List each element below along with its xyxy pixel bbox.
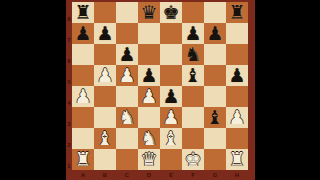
square-e7[interactable]	[160, 23, 182, 44]
file-label-a: A	[72, 170, 94, 180]
piece-white-pawn: ♟	[162, 108, 179, 127]
square-c2[interactable]	[116, 128, 138, 149]
piece-white-bishop: ♝	[96, 129, 113, 148]
piece-black-pawn: ♟	[96, 24, 113, 43]
square-h2[interactable]	[226, 128, 248, 149]
square-e6[interactable]	[160, 44, 182, 65]
square-d1[interactable]: ♛	[138, 149, 160, 170]
piece-black-queen: ♛	[140, 3, 157, 22]
square-f3[interactable]	[182, 107, 204, 128]
piece-black-rook: ♜	[228, 3, 245, 22]
square-g2[interactable]	[204, 128, 226, 149]
square-f5[interactable]: ♝	[182, 65, 204, 86]
square-g4[interactable]	[204, 86, 226, 107]
piece-black-bishop: ♝	[184, 66, 201, 85]
square-b7[interactable]: ♟	[94, 23, 116, 44]
square-d7[interactable]	[138, 23, 160, 44]
square-d6[interactable]	[138, 44, 160, 65]
square-a6[interactable]	[72, 44, 94, 65]
video-frame: 87654321 ♜♛♚♜♟♟♟♟♟♞♟♟♟♝♟♟♟♟♞♟♝♟♝♞♝♜♛♚♜ A…	[0, 0, 320, 180]
chessboard: 87654321 ♜♛♚♜♟♟♟♟♟♞♟♟♟♝♟♟♟♟♞♟♝♟♝♞♝♜♛♚♜ A…	[66, 0, 255, 180]
piece-white-bishop: ♝	[162, 129, 179, 148]
piece-white-knight: ♞	[118, 108, 135, 127]
square-b3[interactable]	[94, 107, 116, 128]
piece-black-pawn: ♟	[206, 24, 223, 43]
square-f7[interactable]: ♟	[182, 23, 204, 44]
piece-black-pawn: ♟	[74, 24, 91, 43]
square-b5[interactable]: ♟	[94, 65, 116, 86]
file-label-f: F	[182, 170, 204, 180]
square-a4[interactable]: ♟	[72, 86, 94, 107]
square-h8[interactable]: ♜	[226, 2, 248, 23]
piece-white-rook: ♜	[228, 150, 245, 169]
piece-white-pawn: ♟	[118, 66, 135, 85]
letterbox-right	[255, 0, 320, 180]
square-a1[interactable]: ♜	[72, 149, 94, 170]
square-f4[interactable]	[182, 86, 204, 107]
square-e8[interactable]: ♚	[160, 2, 182, 23]
square-b1[interactable]	[94, 149, 116, 170]
square-a5[interactable]	[72, 65, 94, 86]
square-e2[interactable]: ♝	[160, 128, 182, 149]
square-d5[interactable]: ♟	[138, 65, 160, 86]
piece-white-rook: ♜	[74, 150, 91, 169]
square-h7[interactable]	[226, 23, 248, 44]
square-g5[interactable]	[204, 65, 226, 86]
piece-black-pawn: ♟	[140, 66, 157, 85]
piece-white-pawn: ♟	[74, 87, 91, 106]
square-d4[interactable]: ♟	[138, 86, 160, 107]
square-h6[interactable]	[226, 44, 248, 65]
square-f1[interactable]: ♚	[182, 149, 204, 170]
square-h1[interactable]: ♜	[226, 149, 248, 170]
square-c5[interactable]: ♟	[116, 65, 138, 86]
piece-black-pawn: ♟	[184, 24, 201, 43]
square-a2[interactable]	[72, 128, 94, 149]
file-label-h: H	[226, 170, 248, 180]
square-a7[interactable]: ♟	[72, 23, 94, 44]
square-b2[interactable]: ♝	[94, 128, 116, 149]
square-c4[interactable]	[116, 86, 138, 107]
board-squares: ♜♛♚♜♟♟♟♟♟♞♟♟♟♝♟♟♟♟♞♟♝♟♝♞♝♜♛♚♜	[72, 2, 248, 170]
piece-white-pawn: ♟	[96, 66, 113, 85]
square-e4[interactable]: ♟	[160, 86, 182, 107]
piece-black-pawn: ♟	[162, 87, 179, 106]
file-label-e: E	[160, 170, 182, 180]
letterbox-left	[0, 0, 66, 180]
piece-black-pawn: ♟	[228, 66, 245, 85]
piece-black-king: ♚	[162, 3, 179, 22]
piece-white-pawn: ♟	[228, 108, 245, 127]
square-c1[interactable]	[116, 149, 138, 170]
square-g3[interactable]: ♝	[204, 107, 226, 128]
square-d3[interactable]	[138, 107, 160, 128]
square-d2[interactable]: ♞	[138, 128, 160, 149]
piece-black-rook: ♜	[74, 3, 91, 22]
square-h4[interactable]	[226, 86, 248, 107]
square-f6[interactable]: ♞	[182, 44, 204, 65]
square-d8[interactable]: ♛	[138, 2, 160, 23]
piece-black-knight: ♞	[184, 45, 201, 64]
square-e3[interactable]: ♟	[160, 107, 182, 128]
file-labels: ABCDEFGH	[72, 170, 248, 180]
file-label-b: B	[94, 170, 116, 180]
square-g1[interactable]	[204, 149, 226, 170]
square-h3[interactable]: ♟	[226, 107, 248, 128]
piece-black-bishop: ♝	[206, 108, 223, 127]
square-g7[interactable]: ♟	[204, 23, 226, 44]
square-a3[interactable]	[72, 107, 94, 128]
square-f8[interactable]	[182, 2, 204, 23]
square-c6[interactable]: ♟	[116, 44, 138, 65]
file-label-g: G	[204, 170, 226, 180]
square-b4[interactable]	[94, 86, 116, 107]
square-c7[interactable]	[116, 23, 138, 44]
square-e1[interactable]	[160, 149, 182, 170]
square-f2[interactable]	[182, 128, 204, 149]
square-e5[interactable]	[160, 65, 182, 86]
square-c3[interactable]: ♞	[116, 107, 138, 128]
piece-black-pawn: ♟	[118, 45, 135, 64]
piece-white-knight: ♞	[140, 129, 157, 148]
square-g8[interactable]	[204, 2, 226, 23]
square-b8[interactable]	[94, 2, 116, 23]
square-h5[interactable]: ♟	[226, 65, 248, 86]
piece-white-king: ♚	[184, 150, 201, 169]
file-label-d: D	[138, 170, 160, 180]
square-a8[interactable]: ♜	[72, 2, 94, 23]
square-g6[interactable]	[204, 44, 226, 65]
file-label-c: C	[116, 170, 138, 180]
piece-white-queen: ♛	[140, 150, 157, 169]
piece-white-pawn: ♟	[140, 87, 157, 106]
square-b6[interactable]	[94, 44, 116, 65]
square-c8[interactable]	[116, 2, 138, 23]
